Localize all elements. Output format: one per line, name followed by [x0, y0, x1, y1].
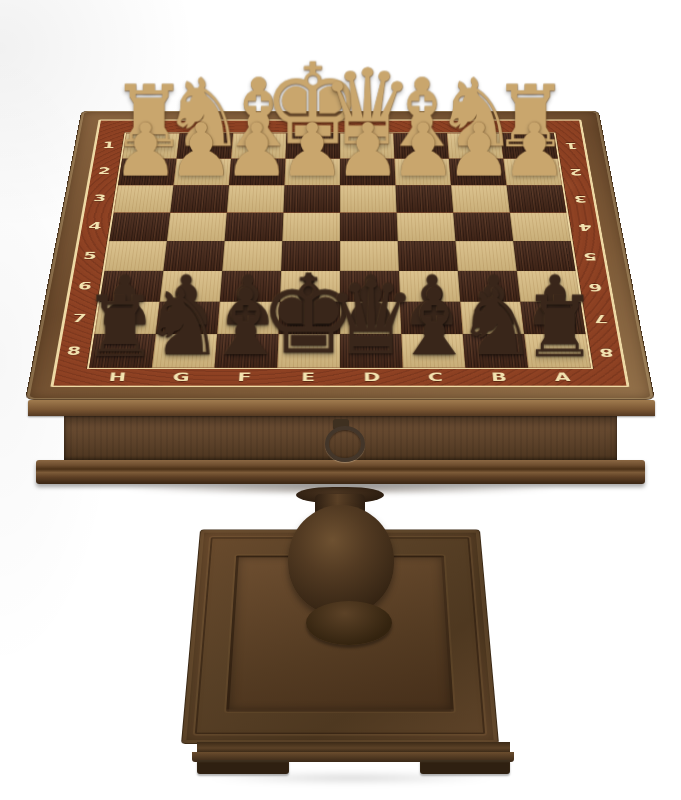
piece-white-pawn-a2[interactable]: ♟ — [501, 113, 567, 187]
rank-label-right-2: 2 — [561, 158, 590, 185]
pedestal-baluster — [288, 505, 394, 615]
square-e3[interactable] — [283, 185, 340, 212]
rank-label-right-5: 5 — [574, 241, 605, 271]
square-e2[interactable]: ♟ — [284, 159, 340, 185]
square-c3[interactable] — [396, 185, 454, 212]
pedestal-foot-disc — [306, 601, 392, 645]
square-f2[interactable]: ♟ — [229, 159, 286, 185]
file-label-e: E — [276, 370, 340, 386]
square-a2[interactable]: ♟ — [503, 159, 562, 185]
file-label-b: B — [467, 370, 532, 386]
coords-bottom: HGFEDCBA — [84, 370, 595, 386]
rank-label-right-3: 3 — [565, 185, 595, 213]
square-b3[interactable] — [451, 185, 510, 212]
file-label-h: H — [84, 370, 150, 386]
rank-label-right-1: 1 — [557, 133, 586, 159]
square-h3[interactable] — [114, 185, 174, 212]
tabletop-edge-bevel — [28, 400, 655, 416]
file-label-a: A — [530, 370, 596, 386]
base-foot-right — [420, 760, 510, 774]
file-label-d: D — [340, 370, 404, 386]
drawer-ring-pull[interactable] — [325, 426, 365, 462]
rank-label-right-4: 4 — [570, 212, 601, 241]
square-g3[interactable] — [170, 185, 229, 212]
rank-label-right-7: 7 — [584, 302, 617, 335]
base-foot-left — [197, 760, 289, 774]
square-d3[interactable] — [340, 185, 397, 212]
square-d2[interactable]: ♟ — [340, 159, 396, 185]
photo-background: Wooden pedestal chess table photographed… — [0, 0, 681, 800]
file-label-c: C — [403, 370, 468, 386]
rank-label-right-6: 6 — [579, 271, 611, 302]
square-a3[interactable] — [507, 185, 567, 212]
board-squares: ♜♞♝♚♛♝♞♜♟♟♟♟♟♟♟♟♟♟♟♟♟♟♟♟♜♞♝♚♛♝♞♜ — [87, 133, 593, 369]
apron-molding — [36, 460, 645, 484]
square-b2[interactable]: ♟ — [449, 159, 507, 185]
square-c2[interactable]: ♟ — [394, 159, 451, 185]
square-g2[interactable]: ♟ — [173, 159, 231, 185]
chess-board: 12345678 12345678 HGFEDCBA ♜♞♝♚♛♝♞♜♟♟♟♟♟… — [25, 111, 655, 400]
chess-table-top: 12345678 12345678 HGFEDCBA ♜♞♝♚♛♝♞♜♟♟♟♟♟… — [25, 0, 655, 400]
rank-label-right-8: 8 — [590, 335, 624, 369]
square-f3[interactable] — [227, 185, 285, 212]
square-b8[interactable]: ♞ — [463, 334, 528, 368]
rank-label-left-3: 3 — [84, 185, 114, 213]
rank-label-left-4: 4 — [79, 212, 110, 241]
file-label-g: G — [148, 370, 213, 386]
file-label-f: F — [212, 370, 277, 386]
square-a8[interactable]: ♜ — [524, 334, 591, 368]
